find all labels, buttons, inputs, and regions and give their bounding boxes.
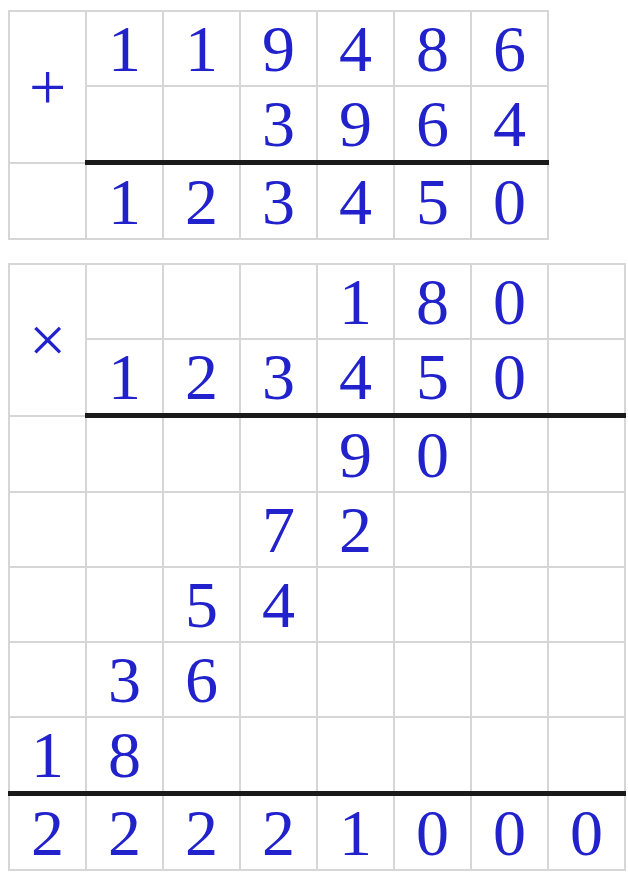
empty-cell [240,642,317,717]
digit-cell: 0 [548,794,625,871]
plus-operator: + [9,11,86,163]
empty-cell [548,642,625,717]
digit-cell: 6 [394,86,471,163]
digit-cell: 1 [163,11,240,86]
digit-cell: 4 [317,163,394,240]
digit-cell: 8 [394,11,471,86]
empty-cell [394,567,471,642]
empty-cell [163,264,240,339]
grid-row: 90 [9,416,625,493]
digit-cell: 4 [471,86,548,163]
digit-cell: 5 [394,339,471,416]
grid-row: 123450 [9,163,548,240]
digit-cell: 3 [240,86,317,163]
digit-cell: 5 [394,163,471,240]
empty-cell [86,492,163,567]
empty-cell [86,86,163,163]
empty-cell [548,717,625,794]
empty-cell [86,416,163,493]
empty-cell [548,492,625,567]
digit-cell: 2 [163,794,240,871]
empty-cell [86,567,163,642]
empty-cell [471,642,548,717]
digit-cell: 2 [240,794,317,871]
empty-cell [240,717,317,794]
digit-cell: 9 [317,416,394,493]
digit-cell: 1 [317,264,394,339]
worksheet: +1194863964123450 ×180123450907254361822… [0,0,628,871]
empty-cell [471,567,548,642]
empty-cell [163,492,240,567]
digit-cell: 9 [317,86,394,163]
grid-row: 54 [9,567,625,642]
empty-cell [548,339,625,416]
digit-cell: 0 [471,163,548,240]
digit-cell: 3 [240,163,317,240]
digit-cell: 8 [86,717,163,794]
digit-cell: 0 [394,416,471,493]
grid-row: 22221000 [9,794,625,871]
times-operator: × [9,264,86,416]
digit-cell: 1 [317,794,394,871]
empty-cell [471,717,548,794]
empty-cell [317,642,394,717]
empty-cell [394,492,471,567]
empty-cell [317,567,394,642]
empty-cell [9,492,86,567]
empty-cell [548,416,625,493]
empty-cell [317,717,394,794]
digit-cell: 2 [9,794,86,871]
digit-cell: 4 [317,11,394,86]
digit-cell: 5 [163,567,240,642]
digit-cell: 0 [471,264,548,339]
digit-cell: 4 [317,339,394,416]
digit-cell: 1 [86,11,163,86]
digit-cell: 2 [163,163,240,240]
digit-cell: 0 [471,794,548,871]
grid-row: 3964 [9,86,548,163]
grid-row: 18 [9,717,625,794]
digit-cell: 3 [86,642,163,717]
multiplication-grid: ×180123450907254361822221000 [8,263,626,871]
digit-cell: 2 [163,339,240,416]
empty-cell [9,163,86,240]
empty-cell [548,567,625,642]
digit-cell: 2 [317,492,394,567]
grid-row: 72 [9,492,625,567]
empty-cell [471,416,548,493]
digit-cell: 9 [240,11,317,86]
grid-row: 36 [9,642,625,717]
digit-cell: 0 [394,794,471,871]
addition-grid: +1194863964123450 [8,10,549,240]
digit-cell: 3 [240,339,317,416]
empty-cell [86,264,163,339]
empty-cell [394,642,471,717]
digit-cell: 1 [9,717,86,794]
digit-cell: 2 [86,794,163,871]
empty-cell [9,416,86,493]
empty-cell [471,492,548,567]
empty-cell [163,416,240,493]
digit-cell: 0 [471,339,548,416]
empty-cell [548,264,625,339]
grid-row: ×180 [9,264,625,339]
grid-row: 123450 [9,339,625,416]
digit-cell: 6 [471,11,548,86]
empty-cell [163,717,240,794]
digit-cell: 7 [240,492,317,567]
digit-cell: 6 [163,642,240,717]
digit-cell: 4 [240,567,317,642]
empty-cell [394,717,471,794]
digit-cell: 8 [394,264,471,339]
empty-cell [9,642,86,717]
empty-cell [163,86,240,163]
digit-cell: 1 [86,163,163,240]
empty-cell [9,567,86,642]
empty-cell [240,416,317,493]
grid-row: +119486 [9,11,548,86]
digit-cell: 1 [86,339,163,416]
empty-cell [240,264,317,339]
